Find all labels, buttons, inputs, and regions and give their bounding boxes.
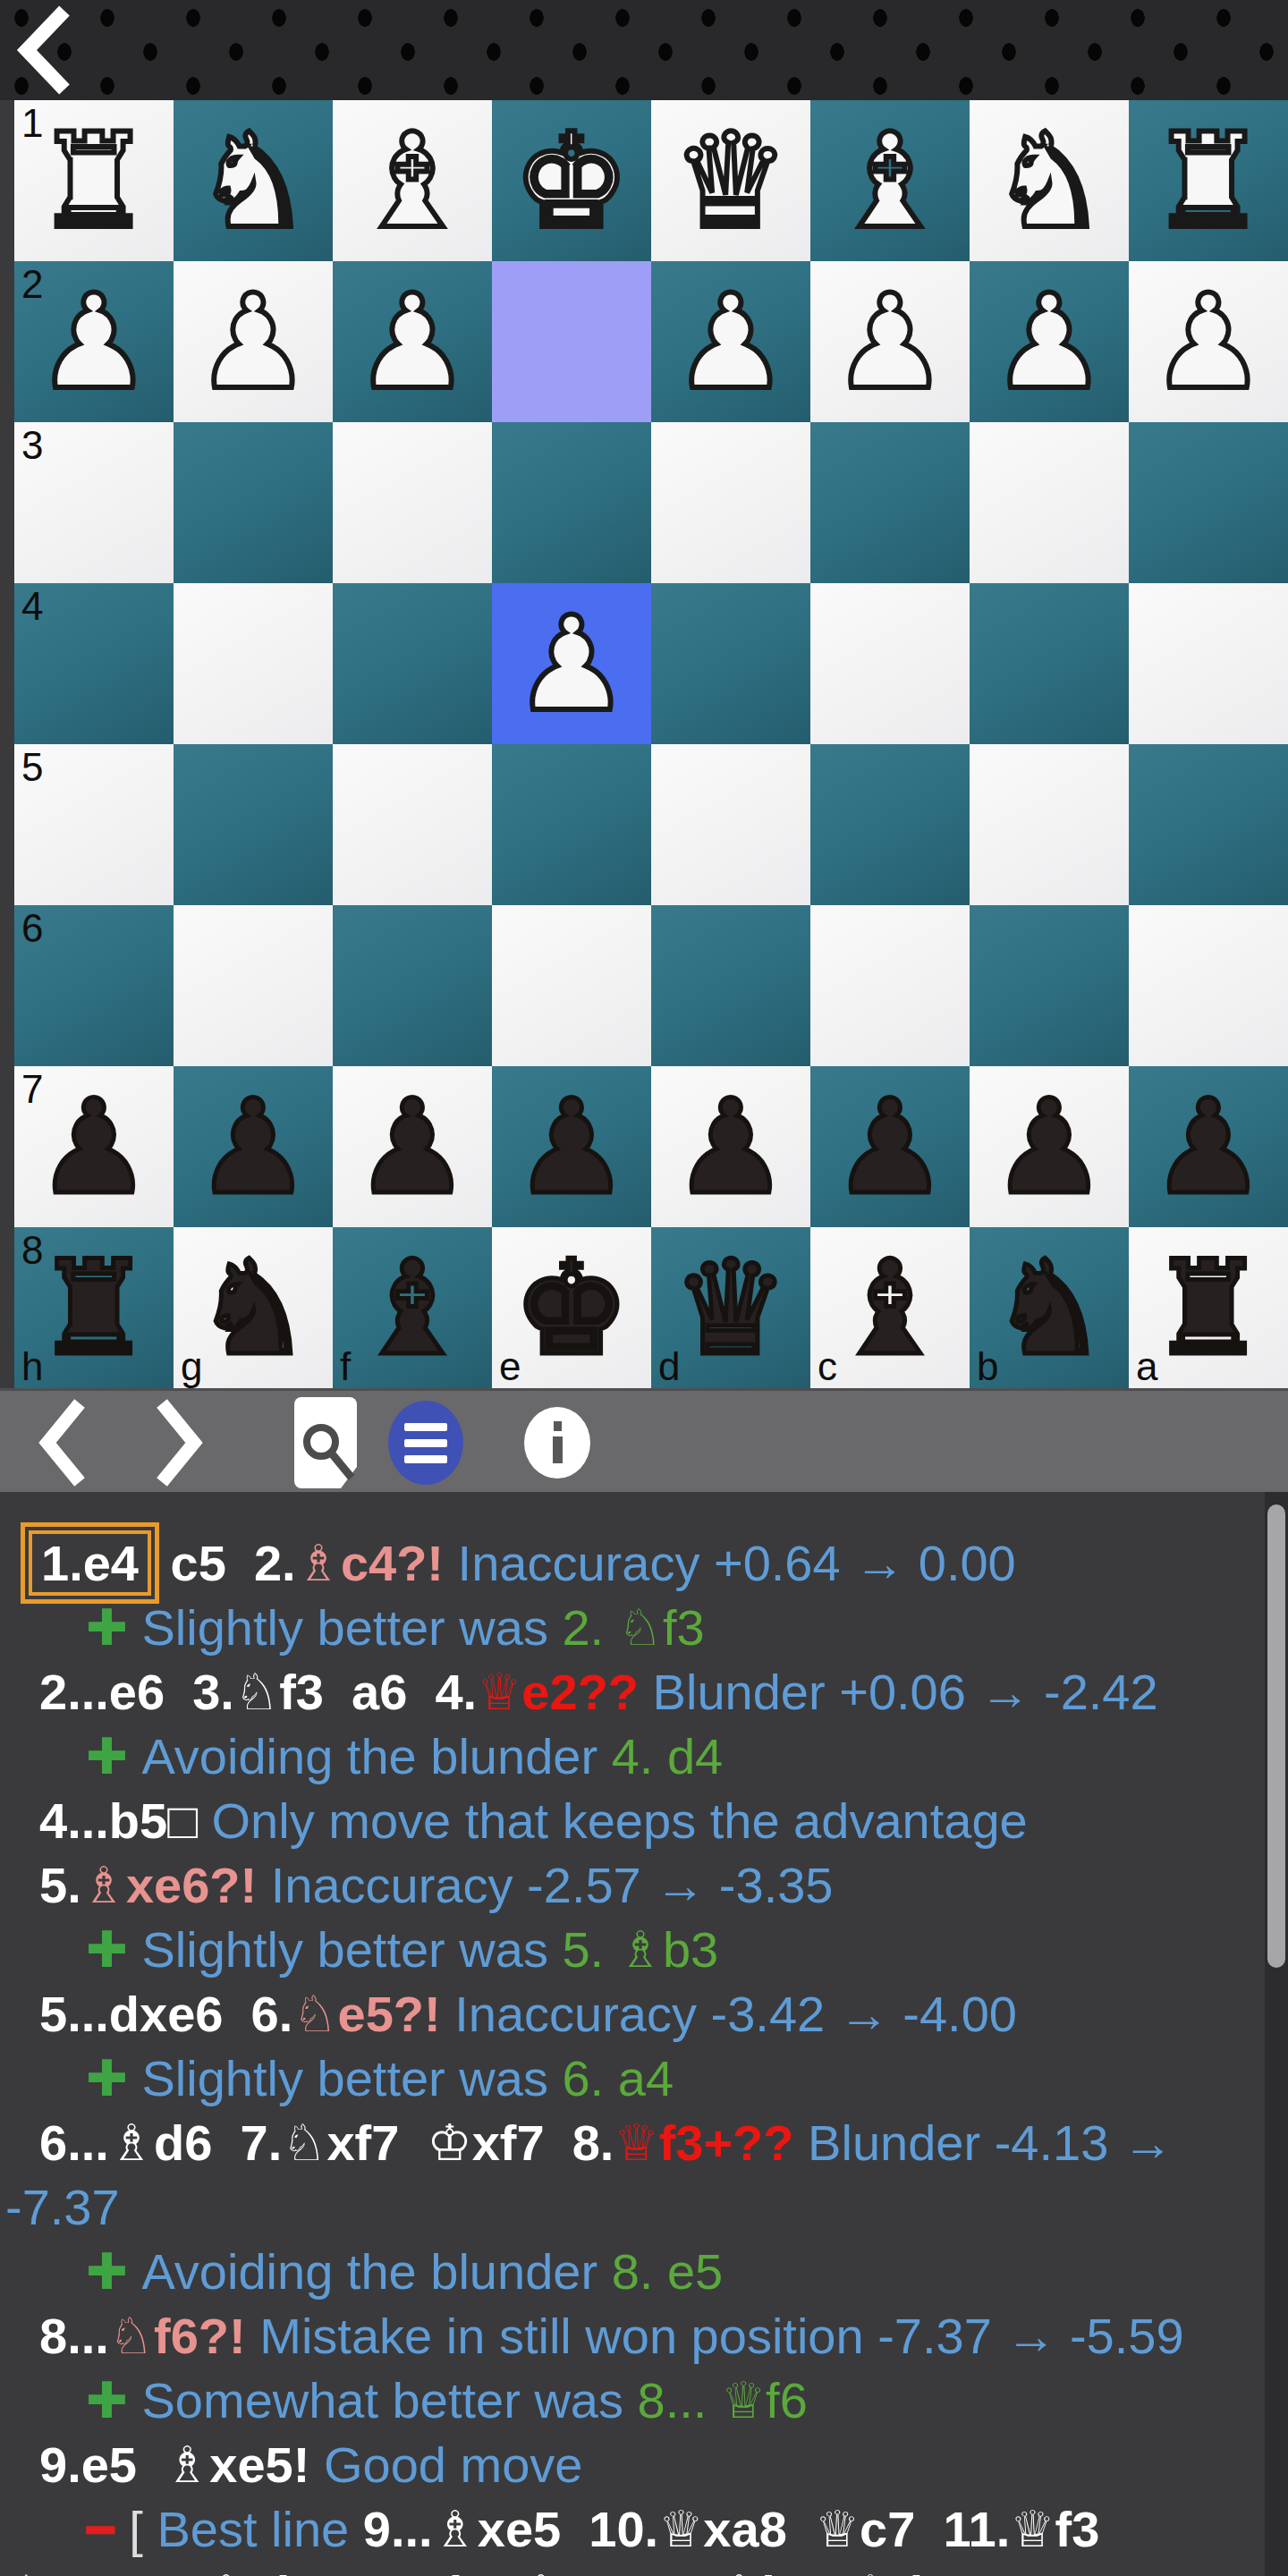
move-line-13[interactable]: 8...♘f6?! Mistake in still won position … xyxy=(0,2303,1288,2368)
move-segment: Mistake in still won position -7.37 → -5… xyxy=(246,2307,1184,2365)
black-knight-piece: ♞ xyxy=(991,1227,1108,1388)
move-line-12[interactable]: ✚ Avoiding the blunder 8. e5 xyxy=(0,2239,1288,2303)
info-icon xyxy=(524,1407,590,1479)
black-bishop-piece: ♝ xyxy=(354,1227,471,1388)
square-b2[interactable]: ♟ xyxy=(970,261,1129,422)
top-bar xyxy=(0,0,1288,100)
rank-label-2: 2 xyxy=(21,265,43,304)
square-f4[interactable] xyxy=(333,583,492,744)
next-move-button[interactable] xyxy=(143,1391,215,1495)
square-c3[interactable] xyxy=(810,422,970,583)
white-king-piece: ♚ xyxy=(513,100,631,261)
move-segment: Good move xyxy=(309,2436,582,2494)
square-h5[interactable]: 5 xyxy=(14,744,174,905)
square-h7[interactable]: ♟7 xyxy=(14,1066,174,1227)
white-pawn-piece: ♟ xyxy=(195,261,312,422)
previous-move-button[interactable] xyxy=(27,1391,98,1495)
black-rook-piece: ♜ xyxy=(36,1227,153,1388)
square-h8[interactable]: ♜8h xyxy=(14,1227,174,1388)
white-pawn-piece: ♟ xyxy=(1150,261,1267,422)
move-segment: Inaccuracy -2.57 → -3.35 xyxy=(257,1856,833,1914)
document-search-icon xyxy=(294,1397,357,1488)
chevron-right-icon xyxy=(151,1398,207,1487)
square-g4[interactable] xyxy=(174,583,333,744)
move-segment[interactable]: ♘f6?! xyxy=(109,2307,246,2365)
square-g2[interactable]: ♟ xyxy=(174,261,333,422)
square-b6[interactable] xyxy=(970,905,1129,1066)
move-segment: Blunder +0.06 → -2.42 xyxy=(639,1663,1158,1721)
move-segment: Somewhat better was xyxy=(141,2371,637,2429)
rank-label-5: 5 xyxy=(21,748,43,787)
square-g5[interactable] xyxy=(174,744,333,905)
square-f5[interactable] xyxy=(333,744,492,905)
square-f6[interactable] xyxy=(333,905,492,1066)
move-segment[interactable]: 5. ♗b3 xyxy=(562,1920,718,1979)
white-pawn-piece: ♟ xyxy=(832,261,949,422)
move-line-14[interactable]: ✚ Somewhat better was 8... ♕f6 xyxy=(0,2368,1288,2432)
square-b8[interactable]: ♞b xyxy=(970,1227,1129,1388)
square-f8[interactable]: ♝f xyxy=(333,1227,492,1388)
square-e1[interactable]: ♚ xyxy=(492,100,651,261)
move-segment[interactable]: c5 2. xyxy=(157,1534,296,1592)
square-b7[interactable]: ♟ xyxy=(970,1066,1129,1227)
square-a3[interactable] xyxy=(1129,422,1288,583)
white-rook-piece: ♜ xyxy=(36,100,153,261)
move-segment[interactable]: 6...♗d6 7.♘xf7 ♔xf7 8. xyxy=(39,2114,614,2172)
move-line-15[interactable]: 9.e5 ♗xe5! Good move xyxy=(0,2432,1288,2496)
square-g1[interactable]: ♞ xyxy=(174,100,333,261)
move-line-11[interactable]: -7.37 xyxy=(0,2174,1288,2239)
white-pawn-piece: ♟ xyxy=(36,261,153,422)
square-b3[interactable] xyxy=(970,422,1129,583)
square-c6[interactable] xyxy=(810,905,970,1066)
square-d7[interactable]: ♟ xyxy=(651,1066,810,1227)
move-line-6[interactable]: 5.♗xe6?! Inaccuracy -2.57 → -3.35 xyxy=(0,1852,1288,1917)
white-bishop-piece: ♝ xyxy=(354,100,471,261)
move-line-5[interactable]: 4...b5□ Only move that keeps the advanta… xyxy=(0,1788,1288,1852)
rank-label-1: 1 xyxy=(21,104,43,143)
move-segment[interactable]: ♗c4?! xyxy=(296,1534,444,1592)
info-button[interactable] xyxy=(521,1391,594,1495)
move-segment: [ xyxy=(115,2500,157,2558)
rank-label-6: 6 xyxy=(21,909,43,948)
square-f3[interactable] xyxy=(333,422,492,583)
rank-label-4: 4 xyxy=(21,587,43,626)
square-f7[interactable]: ♟ xyxy=(333,1066,492,1227)
square-c8[interactable]: ♝c xyxy=(810,1227,970,1388)
rank-label-7: 7 xyxy=(21,1070,43,1109)
chess-board: ♜1♞♝♚♛♝♞♜♟2♟♟♟♟♟♟34♟56♟7♟♟♟♟♟♟♟♜8h♞g♝f♚e… xyxy=(14,100,1288,1388)
square-a7[interactable]: ♟ xyxy=(1129,1066,1288,1227)
square-g6[interactable] xyxy=(174,905,333,1066)
black-pawn-piece: ♟ xyxy=(195,1066,312,1227)
selected-move[interactable]: 1.e4 xyxy=(29,1530,151,1596)
move-segment: -7.37 xyxy=(5,2178,120,2236)
chevron-left-icon xyxy=(35,1398,90,1487)
move-segment[interactable]: ♕e2?? xyxy=(477,1663,639,1721)
white-pawn-piece: ♟ xyxy=(513,583,631,744)
square-a8[interactable]: ♜a xyxy=(1129,1227,1288,1388)
move-segment[interactable]: 2...e6 3.♘f3 a6 4. xyxy=(39,1663,477,1721)
move-toolbar xyxy=(0,1388,1288,1495)
move-segment: ✚ xyxy=(86,2371,141,2429)
square-e6[interactable] xyxy=(492,905,651,1066)
move-segment[interactable]: ♘c6 12.♗xb2 13.d3 ♗e5 14.♗b3 ♕d3 xyxy=(5,2564,951,2576)
square-h6[interactable]: 6 xyxy=(14,905,174,1066)
hamburger-menu-icon xyxy=(388,1401,463,1485)
move-segment: Best line xyxy=(157,2500,362,2558)
white-queen-piece: ♛ xyxy=(673,100,790,261)
black-king-piece: ♚ xyxy=(513,1227,631,1388)
black-pawn-piece: ♟ xyxy=(673,1066,790,1227)
file-label-c: c xyxy=(818,1347,837,1386)
square-e8[interactable]: ♚e xyxy=(492,1227,651,1388)
black-rook-piece: ♜ xyxy=(1150,1227,1267,1388)
black-pawn-piece: ♟ xyxy=(354,1066,471,1227)
black-queen-piece: ♛ xyxy=(673,1227,790,1388)
square-d5[interactable] xyxy=(651,744,810,905)
square-h3[interactable]: 3 xyxy=(14,422,174,583)
move-segment[interactable]: 5. xyxy=(39,1856,81,1914)
square-e5[interactable] xyxy=(492,744,651,905)
move-segment[interactable]: 5...dxe6 6. xyxy=(39,1985,292,2043)
square-d1[interactable]: ♛ xyxy=(651,100,810,261)
scrollbar-thumb[interactable] xyxy=(1267,1504,1285,1968)
white-pawn-piece: ♟ xyxy=(991,261,1108,422)
move-list: 1.e4 c5 2.♗c4?! Inaccuracy +0.64 → 0.00✚… xyxy=(0,1492,1288,2576)
search-document-button[interactable] xyxy=(290,1391,361,1495)
white-knight-piece: ♞ xyxy=(195,100,312,261)
move-segment: Inaccuracy +0.64 → 0.00 xyxy=(444,1534,1016,1592)
black-bishop-piece: ♝ xyxy=(832,1227,949,1388)
move-segment[interactable]: 4...b5□ xyxy=(39,1792,198,1850)
white-bishop-piece: ♝ xyxy=(832,100,949,261)
back-chevron-icon xyxy=(7,4,97,97)
file-label-g: g xyxy=(181,1347,202,1386)
move-segment: ✚ xyxy=(86,1727,141,1785)
square-d4[interactable] xyxy=(651,583,810,744)
square-g7[interactable]: ♟ xyxy=(174,1066,333,1227)
move-line-17[interactable]: ♘c6 12.♗xb2 13.d3 ♗e5 14.♗b3 ♕d3 xyxy=(0,2561,1288,2576)
move-line-8[interactable]: 5...dxe6 6.♘e5?! Inaccuracy -3.42 → -4.0… xyxy=(0,1981,1288,2046)
move-segment: Slightly better was xyxy=(141,2049,562,2107)
move-line-3[interactable]: 2...e6 3.♘f3 a6 4.♕e2?? Blunder +0.06 → … xyxy=(0,1659,1288,1724)
square-a4[interactable] xyxy=(1129,583,1288,744)
move-segment: ✚ xyxy=(86,2242,141,2301)
move-segment: Slightly better was xyxy=(141,1920,562,1979)
square-a1[interactable]: ♜ xyxy=(1129,100,1288,261)
move-segment: Avoiding the blunder xyxy=(141,2242,611,2301)
move-segment[interactable]: 9.e5 ♗xe5! xyxy=(39,2436,309,2494)
rank-label-3: 3 xyxy=(21,426,43,465)
black-pawn-piece: ♟ xyxy=(36,1066,153,1227)
white-rook-piece: ♜ xyxy=(1150,100,1267,261)
file-label-e: e xyxy=(499,1347,521,1386)
square-d3[interactable] xyxy=(651,422,810,583)
move-segment: Only move that keeps the advantage xyxy=(198,1792,1028,1850)
square-c4[interactable] xyxy=(810,583,970,744)
black-pawn-piece: ♟ xyxy=(513,1066,631,1227)
square-d2[interactable]: ♟ xyxy=(651,261,810,422)
back-button[interactable] xyxy=(7,4,97,97)
square-g3[interactable] xyxy=(174,422,333,583)
move-segment[interactable]: 8... xyxy=(39,2307,109,2365)
square-h4[interactable]: 4 xyxy=(14,583,174,744)
file-label-h: h xyxy=(21,1347,43,1386)
move-segment[interactable]: ♘e5?! xyxy=(292,1985,440,2043)
square-e2[interactable] xyxy=(492,261,651,422)
move-segment[interactable]: 8. e5 xyxy=(612,2242,724,2301)
move-segment: ✚ xyxy=(86,1920,141,1979)
white-pawn-piece: ♟ xyxy=(673,261,790,422)
move-line-9[interactable]: ✚ Slightly better was 6. a4 xyxy=(0,2046,1288,2110)
black-knight-piece: ♞ xyxy=(195,1227,312,1388)
square-a5[interactable] xyxy=(1129,744,1288,905)
square-g8[interactable]: ♞g xyxy=(174,1227,333,1388)
rank-label-8: 8 xyxy=(21,1231,43,1270)
square-e3[interactable] xyxy=(492,422,651,583)
menu-button[interactable] xyxy=(385,1391,467,1495)
square-a2[interactable]: ♟ xyxy=(1129,261,1288,422)
move-segment: ✚ xyxy=(86,2049,141,2107)
square-c1[interactable]: ♝ xyxy=(810,100,970,261)
square-c5[interactable] xyxy=(810,744,970,905)
square-c2[interactable]: ♟ xyxy=(810,261,970,422)
file-label-d: d xyxy=(658,1347,680,1386)
black-pawn-piece: ♟ xyxy=(832,1066,949,1227)
move-segment: Avoiding the blunder xyxy=(141,1727,611,1785)
move-segment[interactable]: 6. a4 xyxy=(562,2049,674,2107)
square-b4[interactable] xyxy=(970,583,1129,744)
move-line-10[interactable]: 6...♗d6 7.♘xf7 ♔xf7 8.♕f3+?? Blunder -4.… xyxy=(0,2110,1288,2174)
black-pawn-piece: ♟ xyxy=(1150,1066,1267,1227)
move-line-4[interactable]: ✚ Avoiding the blunder 4. d4 xyxy=(0,1724,1288,1788)
square-a6[interactable] xyxy=(1129,905,1288,1066)
square-h2[interactable]: ♟2 xyxy=(14,261,174,422)
move-segment[interactable]: 4. d4 xyxy=(612,1727,724,1785)
move-segment[interactable]: ♕f3+?? xyxy=(614,2114,793,2172)
square-e7[interactable]: ♟ xyxy=(492,1066,651,1227)
black-pawn-piece: ♟ xyxy=(991,1066,1108,1227)
square-f1[interactable]: ♝ xyxy=(333,100,492,261)
move-segment: Blunder -4.13 → xyxy=(794,2114,1173,2172)
square-b1[interactable]: ♞ xyxy=(970,100,1129,261)
move-line-2[interactable]: ✚ Slightly better was 2. ♘f3 xyxy=(0,1595,1288,1659)
move-segment: Inaccuracy -3.42 → -4.00 xyxy=(441,1985,1017,2043)
square-c7[interactable]: ♟ xyxy=(810,1066,970,1227)
square-h1[interactable]: ♜1 xyxy=(14,100,174,261)
move-line-1[interactable]: 1.e4 c5 2.♗c4?! Inaccuracy +0.64 → 0.00 xyxy=(0,1530,1288,1595)
file-label-f: f xyxy=(340,1347,351,1386)
move-line-16[interactable]: − [ Best line 9...♗xe5 10.♕xa8 ♕c7 11.♕f… xyxy=(0,2496,1288,2561)
move-segment[interactable]: 8... ♕f6 xyxy=(638,2371,808,2429)
move-segment: Slightly better was xyxy=(141,1598,562,1657)
chess-analysis-app: ♜1♞♝♚♛♝♞♜♟2♟♟♟♟♟♟34♟56♟7♟♟♟♟♟♟♟♜8h♞g♝f♚e… xyxy=(0,0,1288,2576)
move-segment: − xyxy=(84,2487,118,2571)
white-knight-piece: ♞ xyxy=(991,100,1108,261)
move-line-7[interactable]: ✚ Slightly better was 5. ♗b3 xyxy=(0,1917,1288,1981)
square-b5[interactable] xyxy=(970,744,1129,905)
move-segment[interactable]: 2. ♘f3 xyxy=(562,1598,704,1657)
move-segment[interactable]: 9...♗xe5 10.♕xa8 ♕c7 11.♕f3 xyxy=(363,2500,1100,2558)
square-d6[interactable] xyxy=(651,905,810,1066)
move-segment: ✚ xyxy=(86,1598,141,1657)
square-d8[interactable]: ♛d xyxy=(651,1227,810,1388)
square-e4[interactable]: ♟ xyxy=(492,583,651,744)
move-segment[interactable]: ♗xe6?! xyxy=(81,1856,258,1914)
square-f2[interactable]: ♟ xyxy=(333,261,492,422)
file-label-a: a xyxy=(1136,1347,1157,1386)
white-pawn-piece: ♟ xyxy=(354,261,471,422)
file-label-b: b xyxy=(977,1347,998,1386)
